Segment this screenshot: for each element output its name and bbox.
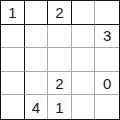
- grid-cell-r1c4[interactable]: [72, 1, 96, 25]
- grid-cell-r1c5[interactable]: [95, 1, 119, 25]
- grid-cell-r4c2[interactable]: [25, 72, 49, 96]
- grid-cell-r4c4[interactable]: [72, 72, 96, 96]
- grid-cell-r3c3[interactable]: [48, 48, 72, 72]
- grid-cell-r5c1[interactable]: [1, 95, 25, 119]
- grid-cell-r4c3[interactable]: 2: [48, 72, 72, 96]
- clue-number: 1: [8, 5, 16, 20]
- grid-cell-r5c4[interactable]: [72, 95, 96, 119]
- clue-number: 2: [55, 76, 63, 91]
- clue-number: 4: [32, 100, 40, 115]
- clue-number: 0: [103, 76, 111, 91]
- grid-cell-r4c5[interactable]: 0: [95, 72, 119, 96]
- grid-cell-r1c3[interactable]: 2: [48, 1, 72, 25]
- grid-cell-r2c3[interactable]: [48, 25, 72, 49]
- grid-cell-r5c5[interactable]: [95, 95, 119, 119]
- grid-cell-r3c4[interactable]: [72, 48, 96, 72]
- grid-cell-r3c2[interactable]: [25, 48, 49, 72]
- grid-cell-r3c5[interactable]: [95, 48, 119, 72]
- grid-cell-r2c2[interactable]: [25, 25, 49, 49]
- clue-number: 2: [55, 5, 63, 20]
- grid-cell-r1c2[interactable]: [25, 1, 49, 25]
- clue-number: 1: [55, 100, 63, 115]
- grid-cell-r2c5[interactable]: 3: [95, 25, 119, 49]
- clue-number: 3: [103, 28, 111, 43]
- grid-cell-r2c1[interactable]: [1, 25, 25, 49]
- grid-cell-r5c2[interactable]: 4: [25, 95, 49, 119]
- grid-cell-r1c1[interactable]: 1: [1, 1, 25, 25]
- grid-cell-r2c4[interactable]: [72, 25, 96, 49]
- grid-cell-r3c1[interactable]: [1, 48, 25, 72]
- puzzle-board: 1232041: [0, 0, 120, 120]
- grid-cell-r5c3[interactable]: 1: [48, 95, 72, 119]
- grid-cell-r4c1[interactable]: [1, 72, 25, 96]
